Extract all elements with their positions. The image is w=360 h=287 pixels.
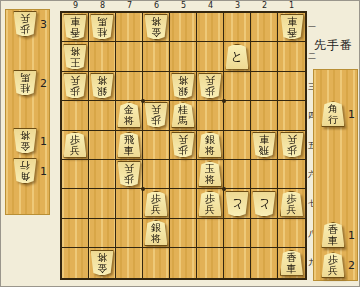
board-cell-2-2[interactable]	[251, 42, 278, 71]
shogi-piece-fuhyo-sente[interactable]: 歩兵	[63, 132, 87, 158]
board-cell-4-9[interactable]	[197, 248, 224, 277]
board-cell-6-6[interactable]	[143, 160, 170, 189]
shogi-piece-tokin-gote[interactable]: と	[252, 191, 276, 217]
turn-indicator-label: 先手番	[314, 37, 353, 54]
shogi-piece-tokin-sente[interactable]: と	[225, 44, 249, 70]
piece-kanji: 歩	[70, 134, 80, 145]
board-cell-3-3[interactable]	[224, 72, 251, 101]
board-cell-1-1[interactable]: 香車	[278, 13, 305, 42]
hand-slot-kyosha: 香車1	[314, 222, 357, 251]
board-cell-7-9[interactable]	[116, 248, 143, 277]
piece-kanji: 銀	[97, 86, 107, 97]
piece-kanji: 馬	[178, 115, 188, 126]
piece-kanji: 玉	[205, 163, 215, 174]
board-cell-7-4[interactable]: 金将	[116, 101, 143, 130]
piece-kanji: 将	[178, 75, 188, 86]
board-cell-5-4[interactable]: 桂馬	[170, 101, 197, 130]
piece-kanji: 飛	[124, 134, 134, 145]
gote-captured-pieces-stand: 歩兵3桂馬2金将1角行1	[5, 9, 50, 215]
shogi-piece-kinsho-gote[interactable]: 金将	[13, 128, 37, 154]
shogi-piece-hisha-sente[interactable]: 飛車	[117, 132, 141, 158]
shogi-board: 香車桂馬金将香車王将と歩兵銀将銀将歩兵金将歩兵桂馬歩兵飛車歩兵銀将飛車歩兵歩兵玉…	[60, 11, 307, 280]
board-cell-4-2[interactable]	[197, 42, 224, 71]
piece-kanji: 金	[20, 141, 30, 152]
shogi-piece-keima-gote[interactable]: 桂馬	[90, 14, 114, 40]
board-cell-9-7[interactable]	[62, 189, 89, 218]
board-cell-2-9[interactable]	[251, 248, 278, 277]
board-cell-3-8[interactable]	[224, 219, 251, 248]
board-cell-3-2[interactable]: と	[224, 42, 251, 71]
piece-kanji: 香	[287, 252, 297, 263]
piece-kanji: 兵	[70, 75, 80, 86]
board-cell-1-8[interactable]	[278, 219, 305, 248]
piece-kanji: 将	[70, 46, 80, 57]
shogi-piece-gyokusho-sente[interactable]: 玉将	[198, 161, 222, 187]
piece-kanji: 桂	[97, 27, 107, 38]
board-cell-1-6[interactable]	[278, 160, 305, 189]
board-cell-5-9[interactable]	[170, 248, 197, 277]
piece-kanji: 兵	[151, 204, 161, 215]
piece-kanji: 金	[151, 27, 161, 38]
shogi-piece-fuhyo-gote[interactable]: 歩兵	[63, 73, 87, 99]
piece-kanji: 兵	[151, 104, 161, 115]
board-cell-7-6[interactable]: 歩兵	[116, 160, 143, 189]
board-cell-6-7[interactable]: 歩兵	[143, 189, 170, 218]
piece-kanji: 車	[287, 263, 297, 274]
piece-kanji: 香	[70, 27, 80, 38]
shogi-piece-ginsho-gote[interactable]: 銀将	[171, 73, 195, 99]
hand-slot-kakugyo: 角行1	[6, 158, 49, 187]
board-cell-4-6[interactable]: 玉将	[197, 160, 224, 189]
shogi-piece-kyosha-gote[interactable]: 香車	[280, 14, 304, 40]
board-cell-8-1[interactable]: 桂馬	[89, 13, 116, 42]
shogi-piece-fuhyo-sente[interactable]: 歩兵	[321, 252, 345, 278]
shogi-piece-fuhyo-sente[interactable]: 歩兵	[280, 191, 304, 217]
board-cell-8-8[interactable]	[89, 219, 116, 248]
file-labels: 987654321	[62, 1, 305, 10]
board-cell-4-4[interactable]	[197, 101, 224, 130]
file-label: 4	[197, 1, 224, 10]
piece-kanji: 車	[287, 16, 297, 27]
board-cell-2-4[interactable]	[251, 101, 278, 130]
board-cell-7-5[interactable]: 飛車	[116, 131, 143, 160]
piece-kanji: 角	[20, 171, 30, 182]
board-cell-3-4[interactable]	[224, 101, 251, 130]
shogi-piece-ginsho-sente[interactable]: 銀将	[144, 220, 168, 246]
board-cell-4-3[interactable]: 歩兵	[197, 72, 224, 101]
file-label: 1	[278, 1, 305, 10]
piece-kanji: 銀	[178, 86, 188, 97]
board-cell-8-7[interactable]	[89, 189, 116, 218]
file-label: 6	[143, 1, 170, 10]
hand-slot-fuhyo: 歩兵3	[6, 11, 49, 40]
board-cell-4-1[interactable]	[197, 13, 224, 42]
piece-kanji: 行	[328, 114, 338, 125]
board-cell-7-1[interactable]	[116, 13, 143, 42]
piece-kanji: 歩	[328, 254, 338, 265]
board-cell-9-8[interactable]	[62, 219, 89, 248]
piece-kanji: 銀	[151, 222, 161, 233]
board-cell-2-7[interactable]: と	[251, 189, 278, 218]
piece-kanji: 兵	[287, 204, 297, 215]
board-cell-6-2[interactable]	[143, 42, 170, 71]
file-label: 8	[89, 1, 116, 10]
board-cell-2-3[interactable]	[251, 72, 278, 101]
piece-kanji: 将	[205, 174, 215, 185]
board-cell-2-5[interactable]: 飛車	[251, 131, 278, 160]
shogi-app-window: 歩兵3桂馬2金将1角行1 987654321 香車桂馬金将香車王将と歩兵銀将銀将…	[0, 0, 360, 287]
piece-kanji: 行	[20, 160, 30, 171]
board-cell-9-1[interactable]: 香車	[62, 13, 89, 42]
piece-kanji: 将	[124, 115, 134, 126]
board-cell-2-1[interactable]	[251, 13, 278, 42]
piece-kanji: 桂	[178, 104, 188, 115]
sente-captured-pieces-stand: 角行1香車1歩兵2	[313, 69, 358, 281]
shogi-piece-fuhyo-gote[interactable]: 歩兵	[117, 161, 141, 187]
piece-kanji: 歩	[205, 86, 215, 97]
shogi-piece-kyosha-sente[interactable]: 香車	[321, 222, 345, 248]
piece-kanji: 王	[70, 57, 80, 68]
shogi-piece-fuhyo-gote[interactable]: 歩兵	[144, 102, 168, 128]
board-cell-9-2[interactable]: 王将	[62, 42, 89, 71]
board-cell-1-9[interactable]: 香車	[278, 248, 305, 277]
shogi-piece-osho-gote[interactable]: 王将	[63, 44, 87, 70]
board-cell-2-6[interactable]	[251, 160, 278, 189]
shogi-piece-kakugyo-sente[interactable]: 角行	[321, 101, 345, 127]
board-cell-5-6[interactable]	[170, 160, 197, 189]
board-cell-7-2[interactable]	[116, 42, 143, 71]
piece-kanji: 兵	[205, 75, 215, 86]
piece-kanji: 将	[20, 130, 30, 141]
board-cell-3-9[interactable]	[224, 248, 251, 277]
piece-kanji: 歩	[287, 145, 297, 156]
hand-piece-count: 1	[348, 229, 355, 243]
piece-kanji: 香	[328, 224, 338, 235]
board-cell-4-5[interactable]: 銀将	[197, 131, 224, 160]
piece-kanji: 飛	[259, 145, 269, 156]
piece-kanji: 金	[97, 263, 107, 274]
shogi-piece-kakugyo-gote[interactable]: 角行	[13, 158, 37, 184]
board-cell-4-7[interactable]: 歩兵	[197, 189, 224, 218]
hand-piece-count: 1	[40, 165, 47, 179]
shogi-piece-kyosha-gote[interactable]: 香車	[63, 14, 87, 40]
shogi-piece-keima-sente[interactable]: 桂馬	[171, 102, 195, 128]
board-cell-6-4[interactable]: 歩兵	[143, 101, 170, 130]
shogi-piece-fuhyo-gote[interactable]: 歩兵	[280, 132, 304, 158]
piece-kanji: 兵	[287, 134, 297, 145]
shogi-piece-kinsho-gote[interactable]: 金将	[144, 14, 168, 40]
hand-slot-kakugyo: 角行1	[314, 101, 357, 130]
piece-kanji: 金	[124, 104, 134, 115]
board-cell-8-3[interactable]: 銀将	[89, 72, 116, 101]
piece-kanji: 車	[70, 16, 80, 27]
piece-kanji: 車	[124, 145, 134, 156]
file-label: 5	[170, 1, 197, 10]
piece-kanji: 歩	[124, 174, 134, 185]
shogi-piece-kinsho-sente[interactable]: 金将	[117, 102, 141, 128]
piece-kanji: 兵	[20, 13, 30, 24]
shogi-piece-fuhyo-sente[interactable]: 歩兵	[198, 191, 222, 217]
board-cell-3-1[interactable]	[224, 13, 251, 42]
board-cell-9-5[interactable]: 歩兵	[62, 131, 89, 160]
board-cell-7-7[interactable]	[116, 189, 143, 218]
shogi-piece-kinsho-gote[interactable]: 金将	[90, 250, 114, 276]
board-cell-9-3[interactable]: 歩兵	[62, 72, 89, 101]
piece-kanji: 銀	[205, 134, 215, 145]
board-cell-9-4[interactable]	[62, 101, 89, 130]
board-cell-3-6[interactable]	[224, 160, 251, 189]
board-cell-5-8[interactable]	[170, 219, 197, 248]
board-cell-5-5[interactable]: 歩兵	[170, 131, 197, 160]
board-cell-9-9[interactable]	[62, 248, 89, 277]
hand-piece-count: 2	[348, 259, 355, 273]
board-cell-5-2[interactable]	[170, 42, 197, 71]
piece-kanji: 歩	[151, 115, 161, 126]
board-cell-8-5[interactable]	[89, 131, 116, 160]
piece-kanji: 歩	[70, 86, 80, 97]
board-cell-3-7[interactable]: と	[224, 189, 251, 218]
shogi-piece-ginsho-sente[interactable]: 銀将	[198, 132, 222, 158]
piece-kanji: 車	[259, 134, 269, 145]
board-cell-5-3[interactable]: 銀将	[170, 72, 197, 101]
board-cell-9-6[interactable]	[62, 160, 89, 189]
shogi-piece-hisha-gote[interactable]: 飛車	[252, 132, 276, 158]
file-label: 3	[224, 1, 251, 10]
piece-kanji: と	[231, 46, 243, 66]
hand-slot-fuhyo: 歩兵2	[314, 252, 357, 281]
piece-kanji: 車	[328, 235, 338, 246]
piece-kanji: 将	[205, 145, 215, 156]
board-cell-6-8[interactable]: 銀将	[143, 219, 170, 248]
file-label: 7	[116, 1, 143, 10]
piece-kanji: 将	[97, 252, 107, 263]
board-cell-7-8[interactable]	[116, 219, 143, 248]
board-cell-2-8[interactable]	[251, 219, 278, 248]
shogi-piece-keima-gote[interactable]: 桂馬	[13, 70, 37, 96]
board-cell-1-4[interactable]	[278, 101, 305, 130]
shogi-piece-fuhyo-gote[interactable]: 歩兵	[13, 11, 37, 37]
board-cell-8-2[interactable]	[89, 42, 116, 71]
piece-kanji: 将	[151, 233, 161, 244]
board-cell-5-1[interactable]	[170, 13, 197, 42]
piece-kanji: 将	[151, 16, 161, 27]
shogi-piece-tokin-gote[interactable]: と	[225, 191, 249, 217]
board-cell-1-2[interactable]	[278, 42, 305, 71]
hand-slot-keima: 桂馬2	[6, 70, 49, 99]
piece-kanji: 兵	[328, 265, 338, 276]
board-cell-5-7[interactable]	[170, 189, 197, 218]
board-cell-6-9[interactable]	[143, 248, 170, 277]
hand-piece-count: 2	[40, 77, 47, 91]
board-cell-7-3[interactable]	[116, 72, 143, 101]
piece-kanji: 歩	[178, 145, 188, 156]
piece-kanji: 歩	[151, 193, 161, 204]
shogi-piece-fuhyo-sente[interactable]: 歩兵	[144, 191, 168, 217]
shogi-piece-fuhyo-gote[interactable]: 歩兵	[198, 73, 222, 99]
board-cell-1-3[interactable]	[278, 72, 305, 101]
board-cell-6-3[interactable]	[143, 72, 170, 101]
piece-kanji: 兵	[70, 145, 80, 156]
board-cell-6-1[interactable]: 金将	[143, 13, 170, 42]
hand-piece-count: 3	[40, 18, 47, 32]
board-cell-6-5[interactable]	[143, 131, 170, 160]
file-label: 2	[251, 1, 278, 10]
board-cell-1-5[interactable]: 歩兵	[278, 131, 305, 160]
piece-kanji: 兵	[205, 204, 215, 215]
board-cell-8-6[interactable]	[89, 160, 116, 189]
piece-kanji: 香	[287, 27, 297, 38]
shogi-piece-ginsho-gote[interactable]: 銀将	[90, 73, 114, 99]
piece-kanji: 兵	[124, 163, 134, 174]
hand-slot-kinsho: 金将1	[6, 128, 49, 157]
board-cell-3-5[interactable]	[224, 131, 251, 160]
piece-kanji: と	[258, 195, 270, 215]
piece-kanji: 馬	[97, 16, 107, 27]
piece-kanji: 角	[328, 103, 338, 114]
piece-kanji: 馬	[20, 72, 30, 83]
piece-kanji: と	[231, 195, 243, 215]
piece-kanji: 兵	[178, 134, 188, 145]
piece-kanji: 歩	[287, 193, 297, 204]
piece-kanji: 桂	[20, 83, 30, 94]
board-cell-4-8[interactable]	[197, 219, 224, 248]
board-cell-8-9[interactable]: 金将	[89, 248, 116, 277]
shogi-piece-kyosha-sente[interactable]: 香車	[280, 250, 304, 276]
piece-kanji: 将	[97, 75, 107, 86]
piece-kanji: 歩	[20, 24, 30, 35]
hand-piece-count: 1	[348, 108, 355, 122]
hand-piece-count: 1	[40, 135, 47, 149]
board-cell-8-4[interactable]	[89, 101, 116, 130]
board-cell-1-7[interactable]: 歩兵	[278, 189, 305, 218]
piece-kanji: 歩	[205, 193, 215, 204]
file-label: 9	[62, 1, 89, 10]
shogi-piece-fuhyo-gote[interactable]: 歩兵	[171, 132, 195, 158]
